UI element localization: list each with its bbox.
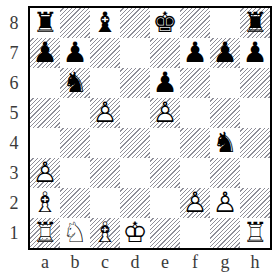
square-d8[interactable] — [120, 8, 150, 38]
square-b4[interactable] — [60, 128, 90, 158]
black-pawn-f7[interactable]: ♟ — [180, 38, 210, 68]
square-a8[interactable]: ♜ — [30, 8, 60, 38]
white-bishop-a2[interactable]: ♝♗ — [30, 188, 60, 218]
piece-outline-glyph: ♙ — [182, 188, 207, 218]
square-b7[interactable]: ♟ — [60, 38, 90, 68]
square-f4[interactable] — [180, 128, 210, 158]
square-b1[interactable]: ♞♘ — [60, 218, 90, 248]
square-d7[interactable] — [120, 38, 150, 68]
piece-outline-glyph: ♖ — [32, 218, 57, 248]
square-e1[interactable] — [150, 218, 180, 248]
piece-outline-glyph: ♙ — [212, 188, 237, 218]
square-c7[interactable] — [90, 38, 120, 68]
file-label-f: f — [180, 252, 210, 272]
piece-outline-glyph: ♙ — [152, 98, 177, 128]
square-b5[interactable] — [60, 98, 90, 128]
square-e4[interactable] — [150, 128, 180, 158]
piece-outline-glyph: ♙ — [32, 158, 57, 188]
square-f1[interactable] — [180, 218, 210, 248]
black-pawn-e6[interactable]: ♟ — [150, 68, 180, 98]
square-d4[interactable] — [120, 128, 150, 158]
square-f5[interactable] — [180, 98, 210, 128]
square-a7[interactable]: ♟ — [30, 38, 60, 68]
square-e5[interactable]: ♟♙ — [150, 98, 180, 128]
square-f7[interactable]: ♟ — [180, 38, 210, 68]
white-pawn-f2[interactable]: ♟♙ — [180, 188, 210, 218]
square-d3[interactable] — [120, 158, 150, 188]
square-h4[interactable] — [240, 128, 270, 158]
square-g7[interactable]: ♟ — [210, 38, 240, 68]
rank-label-8: 8 — [0, 8, 28, 38]
square-c3[interactable] — [90, 158, 120, 188]
black-rook-h8[interactable]: ♜ — [240, 8, 270, 38]
white-rook-a1[interactable]: ♜♖ — [30, 218, 60, 248]
white-pawn-a3[interactable]: ♟♙ — [30, 158, 60, 188]
square-c1[interactable]: ♝♗ — [90, 218, 120, 248]
piece-outline-glyph: ♗ — [92, 218, 117, 248]
square-c2[interactable] — [90, 188, 120, 218]
square-a6[interactable] — [30, 68, 60, 98]
file-label-e: e — [150, 252, 180, 272]
file-label-b: b — [60, 252, 90, 272]
rank-label-3: 3 — [0, 158, 28, 188]
square-e2[interactable] — [150, 188, 180, 218]
square-e6[interactable]: ♟ — [150, 68, 180, 98]
black-king-e8[interactable]: ♚ — [150, 8, 180, 38]
black-pawn-b7[interactable]: ♟ — [60, 38, 90, 68]
square-a4[interactable] — [30, 128, 60, 158]
square-h6[interactable] — [240, 68, 270, 98]
square-g8[interactable] — [210, 8, 240, 38]
square-g6[interactable] — [210, 68, 240, 98]
square-d1[interactable]: ♚♔ — [120, 218, 150, 248]
square-c4[interactable] — [90, 128, 120, 158]
file-label-a: a — [30, 252, 60, 272]
black-rook-a8[interactable]: ♜ — [30, 8, 60, 38]
file-label-d: d — [120, 252, 150, 272]
square-h3[interactable] — [240, 158, 270, 188]
square-e7[interactable] — [150, 38, 180, 68]
square-a3[interactable]: ♟♙ — [30, 158, 60, 188]
square-h7[interactable]: ♟ — [240, 38, 270, 68]
black-bishop-c8[interactable]: ♝ — [90, 8, 120, 38]
square-a2[interactable]: ♝♗ — [30, 188, 60, 218]
white-rook-h1[interactable]: ♜♖ — [240, 218, 270, 248]
black-pawn-h7[interactable]: ♟ — [240, 38, 270, 68]
piece-outline-glyph: ♔ — [122, 218, 147, 248]
square-h1[interactable]: ♜♖ — [240, 218, 270, 248]
rank-label-4: 4 — [0, 128, 28, 158]
black-pawn-a7[interactable]: ♟ — [30, 38, 60, 68]
square-c6[interactable] — [90, 68, 120, 98]
square-c5[interactable]: ♟♙ — [90, 98, 120, 128]
square-b2[interactable] — [60, 188, 90, 218]
file-label-h: h — [240, 252, 270, 272]
square-d2[interactable] — [120, 188, 150, 218]
square-g4[interactable]: ♞ — [210, 128, 240, 158]
piece-outline-glyph: ♗ — [32, 188, 57, 218]
board: ♜♝♚♜♟♟♟♟♟♞♟♟♙♟♙♞♟♙♝♗♟♙♟♙♜♖♞♘♝♗♚♔♜♖ — [28, 6, 272, 250]
square-f6[interactable] — [180, 68, 210, 98]
white-pawn-e5[interactable]: ♟♙ — [150, 98, 180, 128]
square-d6[interactable] — [120, 68, 150, 98]
rank-labels: 8 7 6 5 4 3 2 1 — [0, 8, 28, 248]
square-f8[interactable] — [180, 8, 210, 38]
piece-outline-glyph: ♖ — [242, 218, 267, 248]
file-label-g: g — [210, 252, 240, 272]
file-label-c: c — [90, 252, 120, 272]
square-h8[interactable]: ♜ — [240, 8, 270, 38]
square-a5[interactable] — [30, 98, 60, 128]
piece-outline-glyph: ♘ — [62, 218, 87, 248]
white-bishop-c1[interactable]: ♝♗ — [90, 218, 120, 248]
white-pawn-g2[interactable]: ♟♙ — [210, 188, 240, 218]
rank-label-1: 1 — [0, 218, 28, 248]
white-king-d1[interactable]: ♚♔ — [120, 218, 150, 248]
rank-label-6: 6 — [0, 68, 28, 98]
square-g2[interactable]: ♟♙ — [210, 188, 240, 218]
square-b6[interactable]: ♞ — [60, 68, 90, 98]
square-e8[interactable]: ♚ — [150, 8, 180, 38]
chess-diagram: 8 7 6 5 4 3 2 1 ♜♝♚♜♟♟♟♟♟♞♟♟♙♟♙♞♟♙♝♗♟♙♟♙… — [0, 0, 278, 280]
square-b8[interactable] — [60, 8, 90, 38]
square-g5[interactable] — [210, 98, 240, 128]
square-d5[interactable] — [120, 98, 150, 128]
white-pawn-c5[interactable]: ♟♙ — [90, 98, 120, 128]
black-pawn-g7[interactable]: ♟ — [210, 38, 240, 68]
square-f2[interactable]: ♟♙ — [180, 188, 210, 218]
rank-label-7: 7 — [0, 38, 28, 68]
white-knight-b1[interactable]: ♞♘ — [60, 218, 90, 248]
square-e3[interactable] — [150, 158, 180, 188]
rank-label-5: 5 — [0, 98, 28, 128]
piece-outline-glyph: ♙ — [92, 98, 117, 128]
square-c8[interactable]: ♝ — [90, 8, 120, 38]
square-h2[interactable] — [240, 188, 270, 218]
square-h5[interactable] — [240, 98, 270, 128]
square-b3[interactable] — [60, 158, 90, 188]
square-f3[interactable] — [180, 158, 210, 188]
file-labels: a b c d e f g h — [30, 252, 270, 272]
black-knight-g4[interactable]: ♞ — [210, 128, 240, 158]
square-g3[interactable] — [210, 158, 240, 188]
black-knight-b6[interactable]: ♞ — [60, 68, 90, 98]
square-a1[interactable]: ♜♖ — [30, 218, 60, 248]
rank-label-2: 2 — [0, 188, 28, 218]
square-g1[interactable] — [210, 218, 240, 248]
